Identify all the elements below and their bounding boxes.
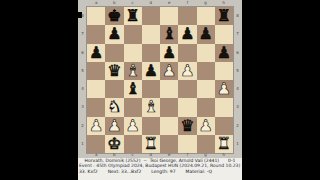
square-d6[interactable]: [142, 44, 160, 62]
file-label-e: e: [160, 153, 178, 157]
square-h5[interactable]: [215, 62, 233, 80]
file-label-g: g: [197, 153, 215, 157]
black-queen[interactable]: ♛: [107, 62, 121, 78]
game-length: Length: 97: [151, 170, 175, 175]
square-f5[interactable]: ♟: [178, 62, 196, 80]
square-h3[interactable]: [215, 98, 233, 116]
file-label-a: a: [87, 1, 105, 5]
file-label-a: a: [87, 153, 105, 157]
white-pawn[interactable]: ♟: [162, 62, 176, 78]
square-b8[interactable]: ♚: [105, 7, 123, 25]
square-f7[interactable]: ♟: [178, 25, 196, 43]
square-g4[interactable]: [197, 80, 215, 98]
square-c2[interactable]: ♟: [124, 117, 142, 135]
rank-label-6: 6: [235, 44, 240, 62]
square-e5[interactable]: ♟: [160, 62, 178, 80]
rank-label-2: 2: [235, 117, 240, 135]
rank-label-3: 3: [80, 98, 85, 116]
square-b2[interactable]: ♟: [105, 117, 123, 135]
black-pawn[interactable]: ♟: [198, 26, 212, 42]
rank-label-2: 2: [80, 117, 85, 135]
square-h6[interactable]: ♟: [215, 44, 233, 62]
rank-label-1: 1: [80, 135, 85, 153]
square-f4[interactable]: [178, 80, 196, 98]
square-f8[interactable]: [178, 7, 196, 25]
square-h4[interactable]: ♟: [215, 80, 233, 98]
square-f6[interactable]: [178, 44, 196, 62]
square-b7[interactable]: ♟: [105, 25, 123, 43]
file-labels-bottom: abcdefgh: [87, 153, 233, 157]
square-c7[interactable]: [124, 25, 142, 43]
square-a8[interactable]: [87, 7, 105, 25]
rank-labels-left: 87654321: [80, 7, 85, 153]
file-label-b: b: [105, 1, 123, 5]
rank-label-7: 7: [80, 25, 85, 43]
square-b6[interactable]: [105, 44, 123, 62]
file-label-g: g: [197, 1, 215, 5]
square-d5[interactable]: ♟: [142, 62, 160, 80]
square-a1[interactable]: [87, 135, 105, 153]
black-rook[interactable]: ♜: [217, 8, 231, 24]
file-label-h: h: [215, 153, 233, 157]
white-king[interactable]: ♚: [107, 135, 121, 151]
square-b1[interactable]: ♚: [105, 135, 123, 153]
square-g3[interactable]: [197, 98, 215, 116]
black-king[interactable]: ♚: [107, 8, 121, 24]
current-move: 33. Kxf2: [79, 170, 98, 175]
square-h2[interactable]: [215, 117, 233, 135]
rank-label-8: 8: [235, 7, 240, 25]
game-caption: Horvath, Dominik (2552) -- Tsoi George, …: [78, 158, 242, 180]
black-pawn[interactable]: ♟: [162, 44, 176, 60]
square-c5[interactable]: ♝: [124, 62, 142, 80]
file-labels-top: abcdefgh: [87, 1, 233, 5]
black-bishop[interactable]: ♝: [162, 26, 176, 42]
square-f1[interactable]: [178, 135, 196, 153]
square-a4[interactable]: [87, 80, 105, 98]
square-b5[interactable]: ♛: [105, 62, 123, 80]
rank-label-5: 5: [80, 62, 85, 80]
square-c3[interactable]: [124, 98, 142, 116]
file-label-f: f: [178, 1, 196, 5]
square-e7[interactable]: ♝: [160, 25, 178, 43]
white-pawn[interactable]: ♟: [217, 81, 231, 97]
board: ♚♜♜♟♝♟♟♟♟♟♛♝♟♟♟♝♟♞♝♟♟♟♛♟♚♜♜: [87, 7, 233, 153]
square-g5[interactable]: [197, 62, 215, 80]
rank-label-1: 1: [235, 135, 240, 153]
square-e4[interactable]: [160, 80, 178, 98]
square-d4[interactable]: [142, 80, 160, 98]
white-bishop[interactable]: ♝: [144, 99, 158, 115]
material-balance: Material: -Q: [186, 170, 213, 175]
black-pawn[interactable]: ♟: [89, 44, 103, 60]
square-a3[interactable]: [87, 98, 105, 116]
square-c6[interactable]: [124, 44, 142, 62]
diagram-panel: abcdefgh 87654321 87654321 abcdefgh ♚♜♜♟…: [78, 0, 242, 180]
white-pawn[interactable]: ♟: [198, 117, 212, 133]
square-d8[interactable]: [142, 7, 160, 25]
square-b3[interactable]: ♞: [105, 98, 123, 116]
rank-label-7: 7: [235, 25, 240, 43]
file-label-d: d: [142, 153, 160, 157]
rank-labels-right: 87654321: [235, 7, 240, 153]
file-label-e: e: [160, 1, 178, 5]
file-label-b: b: [105, 153, 123, 157]
square-c1[interactable]: [124, 135, 142, 153]
square-a5[interactable]: [87, 62, 105, 80]
square-d3[interactable]: ♝: [142, 98, 160, 116]
black-queen[interactable]: ♛: [180, 117, 194, 133]
square-g2[interactable]: ♟: [197, 117, 215, 135]
rank-label-3: 3: [235, 98, 240, 116]
square-h7[interactable]: [215, 25, 233, 43]
file-label-c: c: [124, 1, 142, 5]
square-d2[interactable]: [142, 117, 160, 135]
black-pawn[interactable]: ♟: [107, 26, 121, 42]
white-pawn[interactable]: ♟: [180, 62, 194, 78]
square-a7[interactable]: [87, 25, 105, 43]
white-pawn[interactable]: ♟: [107, 117, 121, 133]
square-g8[interactable]: [197, 7, 215, 25]
square-e2[interactable]: [160, 117, 178, 135]
white-pawn[interactable]: ♟: [125, 117, 139, 133]
square-e1[interactable]: [160, 135, 178, 153]
square-h1[interactable]: ♜: [215, 135, 233, 153]
white-rook[interactable]: ♜: [144, 135, 158, 151]
file-label-f: f: [178, 153, 196, 157]
square-e3[interactable]: [160, 98, 178, 116]
white-knight[interactable]: ♞: [107, 99, 121, 115]
square-e6[interactable]: ♟: [160, 44, 178, 62]
black-pawn[interactable]: ♟: [144, 62, 158, 78]
square-c8[interactable]: ♜: [124, 7, 142, 25]
rank-label-4: 4: [80, 80, 85, 98]
square-e8[interactable]: [160, 7, 178, 25]
square-d1[interactable]: ♜: [142, 135, 160, 153]
square-c4[interactable]: ♝: [124, 80, 142, 98]
square-f3[interactable]: [178, 98, 196, 116]
next-move: Next: 33...Bxf2: [108, 170, 142, 175]
square-g1[interactable]: [197, 135, 215, 153]
black-pawn[interactable]: ♟: [180, 26, 194, 42]
square-g6[interactable]: [197, 44, 215, 62]
file-label-c: c: [124, 153, 142, 157]
white-rook[interactable]: ♜: [217, 135, 231, 151]
rank-label-8: 8: [80, 7, 85, 25]
rank-label-5: 5: [235, 62, 240, 80]
square-f2[interactable]: ♛: [178, 117, 196, 135]
square-a6[interactable]: ♟: [87, 44, 105, 62]
square-b4[interactable]: [105, 80, 123, 98]
rank-label-4: 4: [235, 80, 240, 98]
white-pawn[interactable]: ♟: [89, 117, 103, 133]
square-g7[interactable]: ♟: [197, 25, 215, 43]
square-a2[interactable]: ♟: [87, 117, 105, 135]
rank-label-6: 6: [80, 44, 85, 62]
black-pawn[interactable]: ♟: [217, 44, 231, 60]
file-label-d: d: [142, 1, 160, 5]
file-label-h: h: [215, 1, 233, 5]
move-info-line: 33. Kxf2 Next: 33...Bxf2 Length: 97 Mate…: [78, 170, 242, 175]
square-d7[interactable]: [142, 25, 160, 43]
black-bishop[interactable]: ♝: [125, 81, 139, 97]
black-rook[interactable]: ♜: [125, 8, 139, 24]
white-bishop[interactable]: ♝: [125, 62, 139, 78]
square-h8[interactable]: ♜: [215, 7, 233, 25]
